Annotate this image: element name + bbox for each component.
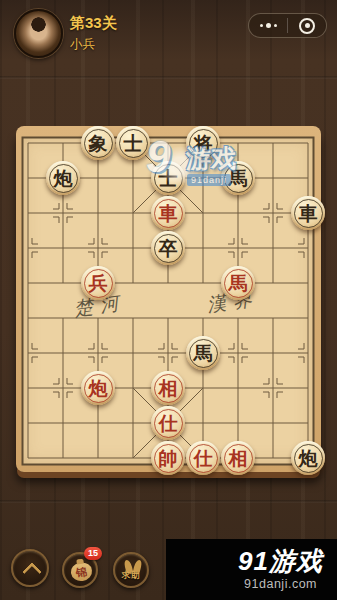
close-minimize-button[interactable] bbox=[288, 14, 326, 37]
piece-red-advisor[interactable]: 仕 bbox=[151, 406, 185, 440]
ask-help-label: 求助 bbox=[115, 570, 147, 582]
chevron-up-icon bbox=[22, 562, 42, 582]
site-watermark-brand: 91游戏 bbox=[238, 548, 323, 574]
piece-black-horse[interactable]: 馬 bbox=[186, 336, 220, 370]
piece-red-elephant[interactable]: 相 bbox=[221, 441, 255, 475]
site-watermark-url: 91danji.com bbox=[244, 577, 317, 591]
piece-black-general[interactable]: 将 bbox=[186, 126, 220, 160]
piece-black-chariot[interactable]: 車 bbox=[291, 196, 325, 230]
piece-red-elephant[interactable]: 相 bbox=[151, 371, 185, 405]
piece-black-cannon[interactable]: 炮 bbox=[46, 161, 80, 195]
piece-black-cannon[interactable]: 炮 bbox=[291, 441, 325, 475]
brocade-bag-icon: 锦 bbox=[70, 562, 93, 583]
notification-badge: 15 bbox=[84, 547, 102, 560]
tips-bag-button[interactable]: 锦 15 bbox=[62, 552, 98, 588]
wechat-capsule bbox=[248, 13, 327, 38]
piece-black-horse[interactable]: 馬 bbox=[221, 161, 255, 195]
wood-seam bbox=[0, 500, 337, 503]
wood-seam bbox=[0, 76, 337, 79]
target-circle-icon bbox=[299, 18, 315, 34]
piece-red-advisor[interactable]: 仕 bbox=[186, 441, 220, 475]
piece-red-chariot[interactable]: 車 bbox=[151, 196, 185, 230]
more-button[interactable] bbox=[249, 14, 287, 37]
expand-button[interactable] bbox=[11, 549, 49, 587]
player-avatar bbox=[14, 9, 63, 58]
piece-red-horse[interactable]: 馬 bbox=[221, 266, 255, 300]
level-label: 第33关 bbox=[70, 14, 117, 33]
piece-black-advisor[interactable]: 士 bbox=[116, 126, 150, 160]
ask-help-button[interactable]: 求助 bbox=[113, 552, 149, 588]
piece-black-advisor[interactable]: 士 bbox=[151, 161, 185, 195]
piece-red-cannon[interactable]: 炮 bbox=[81, 371, 115, 405]
piece-black-elephant[interactable]: 象 bbox=[81, 126, 115, 160]
more-icon bbox=[260, 24, 263, 27]
piece-black-soldier[interactable]: 卒 bbox=[151, 231, 185, 265]
more-icon bbox=[274, 24, 277, 27]
player-rank-title: 小兵 bbox=[70, 36, 95, 53]
app-window: 第33关 小兵 楚河 漢界 象士将炮士馬車車卒兵馬馬炮相仕帥仕相炮 9 游戏 9… bbox=[0, 0, 337, 600]
more-icon bbox=[266, 23, 271, 28]
site-watermark: 91游戏 91danji.com bbox=[166, 539, 337, 600]
piece-red-general[interactable]: 帥 bbox=[151, 441, 185, 475]
piece-red-soldier[interactable]: 兵 bbox=[81, 266, 115, 300]
